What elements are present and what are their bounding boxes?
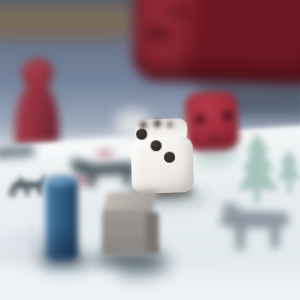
white-die	[128, 117, 197, 197]
blue-cylinder-body	[45, 180, 78, 263]
box-print-smudge	[145, 28, 171, 41]
blue-cylinder-top	[45, 175, 78, 186]
blue-cylinder-token	[45, 175, 78, 263]
red-pawn	[14, 56, 60, 152]
red-pawn-body	[15, 82, 59, 152]
gray-cube-token	[100, 188, 162, 262]
elk-silhouette-right	[194, 198, 298, 254]
defocus-fog-corner	[0, 270, 120, 300]
board-game-photo	[0, 0, 300, 300]
wooden-shelf-edge	[0, 4, 135, 38]
box-print-smudge	[171, 7, 189, 17]
white-die-front-face	[130, 136, 194, 194]
gray-cube-side-face	[146, 211, 159, 255]
game-box-lid	[132, 0, 300, 85]
gray-cube-front-face	[102, 210, 147, 256]
board-red-marking	[96, 149, 114, 158]
